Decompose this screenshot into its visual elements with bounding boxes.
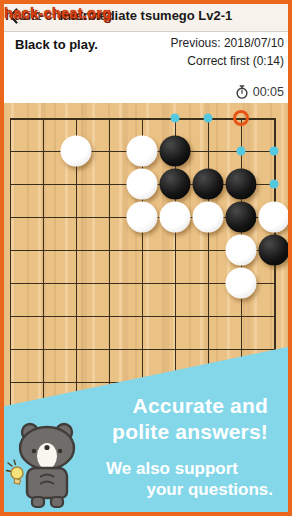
- white-stone: [226, 235, 257, 266]
- grid-line-horizontal: [10, 316, 276, 317]
- black-stone: [259, 235, 290, 266]
- banner-subtext-line2: your questions.: [106, 479, 273, 500]
- white-stone: [127, 136, 158, 167]
- black-stone: [193, 169, 224, 200]
- white-stone: [127, 169, 158, 200]
- white-stone: [127, 202, 158, 233]
- timer: 00:05: [235, 85, 284, 99]
- black-stone: [160, 169, 191, 200]
- watermark-text: hack-cheat.org: [4, 5, 111, 21]
- grid-line-horizontal: [10, 349, 276, 350]
- app-screen: List Intermediate tsumego Lv2-1 Black to…: [0, 0, 292, 516]
- hint-dot[interactable]: [204, 114, 213, 123]
- banner-subtext: We also support your questions.: [106, 458, 273, 500]
- best-record-label: Correct first (0:14): [187, 54, 284, 68]
- hint-dot[interactable]: [270, 180, 279, 189]
- white-stone: [193, 202, 224, 233]
- white-stone: [226, 268, 257, 299]
- lightbulb-icon: [7, 460, 24, 484]
- previous-date-label: Previous: 2018/07/10: [171, 36, 284, 50]
- hint-dot[interactable]: [171, 114, 180, 123]
- banner-headline-line2: polite answers!: [112, 419, 268, 445]
- black-stone: [226, 202, 257, 233]
- black-stone: [160, 136, 191, 167]
- bear-mascot-icon: [6, 418, 86, 510]
- timer-text: 00:05: [253, 85, 284, 99]
- puzzle-info: Black to play. Previous: 2018/07/10 Corr…: [0, 32, 292, 103]
- banner-subtext-line1: We also support: [106, 458, 273, 479]
- stopwatch-icon: [235, 85, 249, 99]
- circle-marker: [233, 110, 249, 126]
- hint-dot[interactable]: [270, 147, 279, 156]
- banner-headline-line1: Accurate and: [112, 393, 268, 419]
- black-stone: [226, 169, 257, 200]
- white-stone: [160, 202, 191, 233]
- banner-headline: Accurate and polite answers!: [112, 393, 268, 445]
- white-stone: [61, 136, 92, 167]
- hint-dot[interactable]: [237, 147, 246, 156]
- white-stone: [259, 202, 290, 233]
- to-play-label: Black to play.: [15, 37, 98, 52]
